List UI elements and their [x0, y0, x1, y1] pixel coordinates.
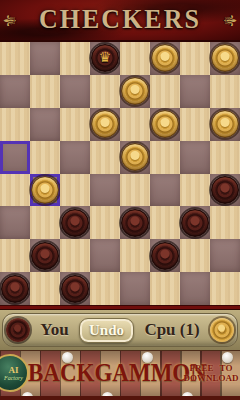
square-r4c5[interactable] — [120, 141, 150, 174]
square-r5c6[interactable] — [150, 174, 180, 207]
square-r8c7[interactable] — [180, 272, 210, 305]
checkers-board: ♛ — [0, 42, 240, 305]
square-r1c7 — [180, 42, 210, 75]
square-r5c7 — [180, 174, 210, 207]
gold-piece[interactable] — [31, 176, 59, 204]
right-ornament-icon: ⚜ — [219, 12, 240, 27]
square-r3c1 — [0, 108, 30, 141]
gold-piece[interactable] — [121, 143, 149, 171]
backgammon-ad-banner[interactable]: AI Factory BACKGAMMON FREE TO DOWNLOAD — [0, 350, 240, 400]
square-r6c2 — [30, 206, 60, 239]
square-r3c3 — [60, 108, 90, 141]
gold-piece[interactable] — [151, 44, 179, 72]
square-r8c4 — [90, 272, 120, 305]
square-r7c2[interactable] — [30, 239, 60, 272]
square-r8c3[interactable] — [60, 272, 90, 305]
square-r7c5 — [120, 239, 150, 272]
square-r6c1[interactable] — [0, 206, 30, 239]
square-r2c1[interactable] — [0, 75, 30, 108]
ad-bottom-edge — [0, 396, 240, 400]
square-r6c8 — [210, 206, 240, 239]
square-r7c4[interactable] — [90, 239, 120, 272]
gold-checker-icon — [210, 318, 234, 342]
square-r4c7[interactable] — [180, 141, 210, 174]
you-label: You — [40, 320, 68, 340]
red-piece[interactable] — [151, 242, 179, 270]
app-title: CHECKERS — [39, 4, 201, 36]
square-r7c1 — [0, 239, 30, 272]
square-r8c1[interactable] — [0, 272, 30, 305]
square-r4c8 — [210, 141, 240, 174]
square-r1c4[interactable]: ♛ — [90, 42, 120, 75]
square-r3c7 — [180, 108, 210, 141]
square-r2c2 — [30, 75, 60, 108]
crown-icon: ♛ — [99, 51, 112, 65]
square-r7c3 — [60, 239, 90, 272]
square-r7c7 — [180, 239, 210, 272]
red-piece[interactable] — [121, 209, 149, 237]
ad-free-to-download[interactable]: FREE TO DOWNLOAD — [183, 363, 239, 383]
square-r1c2[interactable] — [30, 42, 60, 75]
gold-piece[interactable] — [121, 77, 149, 105]
square-r6c7[interactable] — [180, 206, 210, 239]
backgammon-checker-icon — [222, 352, 233, 363]
square-r4c3[interactable] — [60, 141, 90, 174]
square-r1c8[interactable] — [210, 42, 240, 75]
square-r2c7[interactable] — [180, 75, 210, 108]
square-r6c5[interactable] — [120, 206, 150, 239]
gold-piece[interactable] — [151, 110, 179, 138]
gold-piece[interactable] — [211, 110, 239, 138]
checkers-app: ⚜ CHECKERS ⚜ ♛ You Undo Cpu (1) AI Facto… — [0, 0, 240, 400]
ad-title[interactable]: BACKGAMMON — [28, 360, 186, 387]
square-r7c8[interactable] — [210, 239, 240, 272]
square-r6c6 — [150, 206, 180, 239]
gold-piece[interactable] — [211, 44, 239, 72]
square-r7c6[interactable] — [150, 239, 180, 272]
red-checker-icon — [6, 318, 30, 342]
ai-factory-logo[interactable]: AI Factory — [0, 354, 29, 392]
logo-text: AI — [8, 366, 18, 375]
left-ornament-icon: ⚜ — [0, 12, 21, 27]
square-r5c2[interactable] — [30, 174, 60, 207]
red-piece[interactable] — [181, 209, 209, 237]
cpu-label: Cpu (1) — [144, 320, 199, 340]
square-r3c8[interactable] — [210, 108, 240, 141]
square-r4c4 — [90, 141, 120, 174]
title-bar: ⚜ CHECKERS ⚜ — [0, 0, 240, 42]
square-r5c3 — [60, 174, 90, 207]
square-r2c5[interactable] — [120, 75, 150, 108]
red-piece[interactable] — [61, 209, 89, 237]
red-piece[interactable] — [31, 242, 59, 270]
square-r1c6[interactable] — [150, 42, 180, 75]
square-r6c3[interactable] — [60, 206, 90, 239]
ad-free-line2: DOWNLOAD — [183, 373, 239, 383]
square-r5c1 — [0, 174, 30, 207]
square-r3c4[interactable] — [90, 108, 120, 141]
square-r5c8[interactable] — [210, 174, 240, 207]
square-r6c4 — [90, 206, 120, 239]
square-r8c5[interactable] — [120, 272, 150, 305]
square-r1c3 — [60, 42, 90, 75]
square-r1c1 — [0, 42, 30, 75]
gold-piece[interactable] — [91, 110, 119, 138]
red-piece[interactable] — [61, 275, 89, 303]
red-king-piece[interactable]: ♛ — [91, 44, 119, 72]
square-r1c5 — [120, 42, 150, 75]
square-r2c3[interactable] — [60, 75, 90, 108]
undo-button[interactable]: Undo — [79, 318, 134, 343]
square-r5c5 — [120, 174, 150, 207]
square-r4c1[interactable] — [0, 141, 30, 174]
ad-free-line1: FREE TO — [183, 363, 239, 373]
square-r3c6[interactable] — [150, 108, 180, 141]
square-r8c2 — [30, 272, 60, 305]
control-panel: You Undo Cpu (1) — [2, 313, 238, 347]
square-r3c5 — [120, 108, 150, 141]
square-r8c6 — [150, 272, 180, 305]
red-piece[interactable] — [1, 275, 29, 303]
logo-subtext: Factory — [4, 375, 23, 381]
square-r2c4 — [90, 75, 120, 108]
control-bar: You Undo Cpu (1) — [0, 310, 240, 350]
square-r4c6 — [150, 141, 180, 174]
square-r3c2[interactable] — [30, 108, 60, 141]
square-r2c8 — [210, 75, 240, 108]
square-r5c4[interactable] — [90, 174, 120, 207]
square-r2c6 — [150, 75, 180, 108]
square-r8c8 — [210, 272, 240, 305]
square-r4c2 — [30, 141, 60, 174]
red-piece[interactable] — [211, 176, 239, 204]
